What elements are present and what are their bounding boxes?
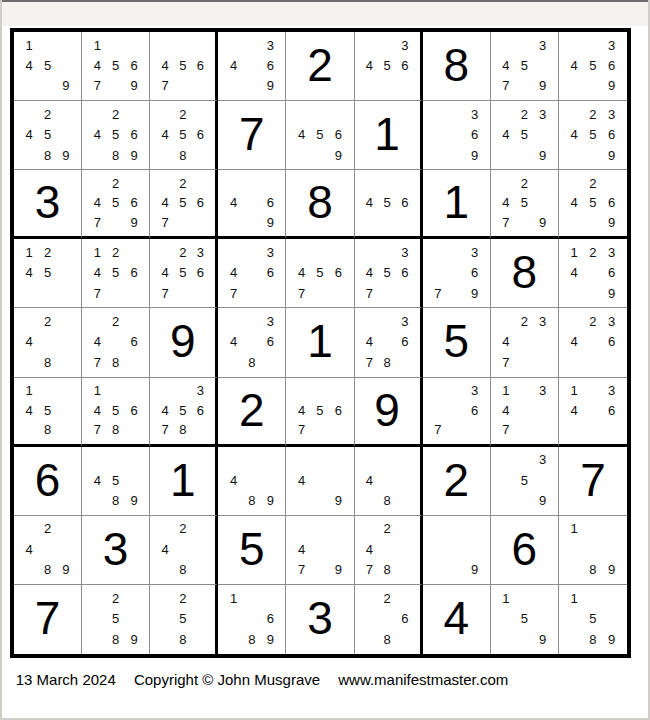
sudoku-board: 1459145679456734692345683457934569245892… bbox=[10, 28, 631, 658]
candidate-6: 6 bbox=[192, 124, 210, 144]
candidate-4: 4 bbox=[497, 193, 515, 213]
pencil-marks: 2489 bbox=[14, 516, 81, 584]
candidate-4: 4 bbox=[497, 124, 515, 144]
pencil-marks: 24569 bbox=[559, 170, 627, 236]
candidate-5: 5 bbox=[515, 470, 533, 490]
candidate-7: 7 bbox=[497, 352, 515, 372]
candidate-8: 8 bbox=[584, 629, 603, 650]
cell-r5c6[interactable]: 34678 bbox=[355, 308, 423, 377]
pencil-marks: 3469 bbox=[218, 32, 285, 100]
pencil-marks: 1347 bbox=[491, 378, 558, 444]
candidate-4: 4 bbox=[156, 193, 174, 213]
candidate-5: 5 bbox=[106, 470, 124, 490]
cell-r5c9[interactable]: 2346 bbox=[559, 308, 627, 377]
candidate-5: 5 bbox=[106, 55, 124, 75]
candidate-4: 4 bbox=[156, 124, 174, 144]
candidate-5: 5 bbox=[174, 609, 192, 630]
cell-r5c4[interactable]: 3468 bbox=[218, 308, 286, 377]
candidate-2: 2 bbox=[174, 588, 192, 609]
pencil-marks: 2478 bbox=[355, 516, 420, 584]
solved-digit: 8 bbox=[307, 179, 333, 225]
candidate-7: 7 bbox=[429, 420, 447, 440]
cell-r9c5[interactable]: 3 bbox=[286, 585, 354, 654]
candidate-8: 8 bbox=[378, 629, 396, 650]
candidate-7: 7 bbox=[292, 283, 310, 303]
candidate-8: 8 bbox=[106, 490, 124, 510]
cell-r7c5[interactable]: 49 bbox=[286, 447, 354, 516]
cell-r4c4[interactable]: 3467 bbox=[218, 239, 286, 308]
candidate-4: 4 bbox=[361, 470, 379, 490]
candidate-4: 4 bbox=[565, 332, 584, 352]
candidate-7: 7 bbox=[497, 420, 515, 440]
solved-digit: 2 bbox=[307, 42, 333, 88]
candidate-6: 6 bbox=[125, 400, 143, 420]
candidate-7: 7 bbox=[88, 213, 106, 233]
solved-digit: 3 bbox=[103, 526, 129, 572]
cell-r6c5[interactable]: 4567 bbox=[286, 378, 354, 447]
cell-r2c8[interactable]: 23459 bbox=[491, 101, 559, 170]
pencil-marks: 4569 bbox=[286, 101, 353, 169]
candidate-9: 9 bbox=[57, 560, 75, 580]
candidate-3: 3 bbox=[534, 311, 552, 331]
cell-r1c1[interactable]: 1459 bbox=[14, 32, 82, 101]
pencil-marks: 159 bbox=[491, 585, 558, 654]
candidate-4: 4 bbox=[20, 124, 38, 144]
cell-r7c6[interactable]: 48 bbox=[355, 447, 423, 516]
candidate-2: 2 bbox=[38, 242, 56, 262]
cell-r3c9[interactable]: 24569 bbox=[559, 170, 627, 239]
candidate-1: 1 bbox=[497, 588, 515, 609]
cell-r8c8[interactable]: 6 bbox=[491, 516, 559, 585]
pencil-marks: 189 bbox=[559, 516, 627, 584]
candidate-9: 9 bbox=[125, 490, 143, 510]
candidate-2: 2 bbox=[378, 519, 396, 539]
solved-digit: 6 bbox=[35, 457, 61, 503]
footer-date: 13 March 2024 bbox=[16, 671, 116, 688]
candidate-8: 8 bbox=[106, 629, 124, 650]
candidate-9: 9 bbox=[329, 560, 347, 580]
solved-digit: 8 bbox=[512, 249, 538, 295]
candidate-9: 9 bbox=[261, 76, 279, 96]
pencil-marks: 258 bbox=[150, 585, 215, 654]
candidate-6: 6 bbox=[192, 193, 210, 213]
candidate-7: 7 bbox=[88, 76, 106, 96]
candidate-5: 5 bbox=[38, 124, 56, 144]
candidate-6: 6 bbox=[396, 193, 414, 213]
candidate-3: 3 bbox=[261, 242, 279, 262]
candidate-6: 6 bbox=[125, 332, 143, 352]
cell-r7c8[interactable]: 359 bbox=[491, 447, 559, 516]
cell-r6c4[interactable]: 2 bbox=[218, 378, 286, 447]
cell-r4c5[interactable]: 4567 bbox=[286, 239, 354, 308]
cell-r2c4[interactable]: 7 bbox=[218, 101, 286, 170]
candidate-1: 1 bbox=[497, 381, 515, 401]
candidate-2: 2 bbox=[106, 104, 124, 124]
cell-r1c2[interactable]: 145679 bbox=[82, 32, 150, 101]
pencil-marks: 248 bbox=[150, 516, 215, 584]
candidate-4: 4 bbox=[497, 400, 515, 420]
candidate-9: 9 bbox=[602, 145, 621, 165]
candidate-9: 9 bbox=[261, 629, 279, 650]
candidate-8: 8 bbox=[378, 490, 396, 510]
pencil-marks: 9 bbox=[423, 516, 490, 584]
candidate-8: 8 bbox=[174, 629, 192, 650]
candidate-2: 2 bbox=[38, 311, 56, 331]
pencil-marks: 359 bbox=[491, 447, 558, 515]
cell-r2c7[interactable]: 369 bbox=[423, 101, 491, 170]
pencil-marks: 124567 bbox=[82, 239, 149, 307]
window-frame: 1459145679456734692345683457934569245892… bbox=[0, 0, 650, 720]
pencil-marks: 245679 bbox=[82, 170, 149, 236]
cell-r3c8[interactable]: 24579 bbox=[491, 170, 559, 239]
candidate-3: 3 bbox=[602, 311, 621, 331]
candidate-5: 5 bbox=[38, 55, 56, 75]
cell-r9c4[interactable]: 1689 bbox=[218, 585, 286, 654]
cell-r3c5[interactable]: 8 bbox=[286, 170, 354, 239]
candidate-2: 2 bbox=[584, 242, 603, 262]
candidate-6: 6 bbox=[192, 263, 210, 283]
cell-r8c3[interactable]: 248 bbox=[150, 516, 218, 585]
cell-r7c7[interactable]: 2 bbox=[423, 447, 491, 516]
candidate-9: 9 bbox=[602, 560, 621, 580]
candidate-1: 1 bbox=[20, 381, 38, 401]
pencil-marks: 456 bbox=[355, 170, 420, 236]
solved-digit: 3 bbox=[307, 595, 333, 641]
candidate-6: 6 bbox=[602, 400, 621, 420]
candidate-2: 2 bbox=[174, 173, 192, 193]
candidate-7: 7 bbox=[88, 420, 106, 440]
candidate-5: 5 bbox=[106, 400, 124, 420]
pencil-marks: 4567 bbox=[286, 378, 353, 444]
cell-r4c7[interactable]: 3679 bbox=[423, 239, 491, 308]
pencil-marks: 234569 bbox=[559, 101, 627, 169]
pencil-marks: 3679 bbox=[423, 239, 490, 307]
cell-r4c3[interactable]: 234567 bbox=[150, 239, 218, 308]
pencil-marks: 34569 bbox=[559, 32, 627, 100]
candidate-8: 8 bbox=[38, 420, 56, 440]
cell-r7c4[interactable]: 489 bbox=[218, 447, 286, 516]
cell-r9c8[interactable]: 159 bbox=[491, 585, 559, 654]
solved-digit: 8 bbox=[443, 42, 469, 88]
candidate-3: 3 bbox=[602, 381, 621, 401]
candidate-4: 4 bbox=[224, 263, 242, 283]
cell-r6c8[interactable]: 1347 bbox=[491, 378, 559, 447]
candidate-5: 5 bbox=[311, 263, 329, 283]
candidate-5: 5 bbox=[106, 263, 124, 283]
candidate-1: 1 bbox=[88, 35, 106, 55]
cell-r5c8[interactable]: 2347 bbox=[491, 308, 559, 377]
cell-r1c8[interactable]: 34579 bbox=[491, 32, 559, 101]
candidate-4: 4 bbox=[88, 124, 106, 144]
cell-r8c2[interactable]: 3 bbox=[82, 516, 150, 585]
pencil-marks: 24579 bbox=[491, 170, 558, 236]
footer-website[interactable]: www.manifestmaster.com bbox=[338, 671, 508, 688]
solved-digit: 4 bbox=[443, 595, 469, 641]
title-strip bbox=[2, 0, 648, 26]
cell-r8c7[interactable]: 9 bbox=[423, 516, 491, 585]
candidate-7: 7 bbox=[156, 76, 174, 96]
cell-r8c4[interactable]: 5 bbox=[218, 516, 286, 585]
candidate-2: 2 bbox=[174, 104, 192, 124]
candidate-8: 8 bbox=[38, 560, 56, 580]
pencil-marks: 234567 bbox=[150, 239, 215, 307]
pencil-marks: 469 bbox=[218, 170, 285, 236]
candidate-4: 4 bbox=[292, 539, 310, 559]
cell-r9c6[interactable]: 268 bbox=[355, 585, 423, 654]
candidate-4: 4 bbox=[20, 55, 38, 75]
cell-r7c9[interactable]: 7 bbox=[559, 447, 627, 516]
cell-r7c2[interactable]: 4589 bbox=[82, 447, 150, 516]
candidate-1: 1 bbox=[224, 588, 242, 609]
candidate-4: 4 bbox=[20, 539, 38, 559]
candidate-6: 6 bbox=[329, 263, 347, 283]
cell-r9c2[interactable]: 2589 bbox=[82, 585, 150, 654]
candidate-3: 3 bbox=[261, 35, 279, 55]
cell-r4c9[interactable]: 123469 bbox=[559, 239, 627, 308]
candidate-5: 5 bbox=[311, 400, 329, 420]
candidate-2: 2 bbox=[38, 519, 56, 539]
pencil-marks: 2346 bbox=[559, 308, 627, 376]
candidate-6: 6 bbox=[396, 263, 414, 283]
pencil-marks: 489 bbox=[218, 447, 285, 515]
cell-r4c8[interactable]: 8 bbox=[491, 239, 559, 308]
candidate-1: 1 bbox=[565, 381, 584, 401]
candidate-7: 7 bbox=[361, 352, 379, 372]
candidate-8: 8 bbox=[38, 352, 56, 372]
cell-r8c1[interactable]: 2489 bbox=[14, 516, 82, 585]
candidate-9: 9 bbox=[125, 629, 143, 650]
candidate-1: 1 bbox=[88, 242, 106, 262]
cell-r7c3[interactable]: 1 bbox=[150, 447, 218, 516]
candidate-4: 4 bbox=[565, 263, 584, 283]
pencil-marks: 3456 bbox=[355, 32, 420, 100]
cell-r9c1[interactable]: 7 bbox=[14, 585, 82, 654]
candidate-3: 3 bbox=[192, 242, 210, 262]
candidate-4: 4 bbox=[88, 263, 106, 283]
candidate-6: 6 bbox=[602, 193, 621, 213]
candidate-5: 5 bbox=[174, 263, 192, 283]
candidate-6: 6 bbox=[396, 332, 414, 352]
cell-r3c1[interactable]: 3 bbox=[14, 170, 82, 239]
candidate-3: 3 bbox=[465, 242, 483, 262]
candidate-5: 5 bbox=[311, 124, 329, 144]
pencil-marks: 1346 bbox=[559, 378, 627, 444]
candidate-4: 4 bbox=[88, 400, 106, 420]
candidate-3: 3 bbox=[534, 450, 552, 470]
candidate-5: 5 bbox=[515, 193, 533, 213]
candidate-9: 9 bbox=[261, 213, 279, 233]
candidate-9: 9 bbox=[602, 629, 621, 650]
cell-r2c3[interactable]: 24568 bbox=[150, 101, 218, 170]
pencil-marks: 1689 bbox=[218, 585, 285, 654]
candidate-6: 6 bbox=[125, 124, 143, 144]
candidate-6: 6 bbox=[602, 55, 621, 75]
cell-r2c6[interactable]: 1 bbox=[355, 101, 423, 170]
candidate-9: 9 bbox=[602, 213, 621, 233]
candidate-1: 1 bbox=[565, 242, 584, 262]
cell-r6c2[interactable]: 145678 bbox=[82, 378, 150, 447]
cell-r3c3[interactable]: 24567 bbox=[150, 170, 218, 239]
solved-digit: 7 bbox=[35, 595, 61, 641]
candidate-2: 2 bbox=[106, 242, 124, 262]
candidate-9: 9 bbox=[329, 145, 347, 165]
cell-r9c9[interactable]: 1589 bbox=[559, 585, 627, 654]
candidate-3: 3 bbox=[602, 104, 621, 124]
candidate-2: 2 bbox=[515, 311, 533, 331]
cell-r7c1[interactable]: 6 bbox=[14, 447, 82, 516]
candidate-4: 4 bbox=[565, 193, 584, 213]
candidate-9: 9 bbox=[125, 76, 143, 96]
candidate-6: 6 bbox=[465, 400, 483, 420]
candidate-6: 6 bbox=[465, 124, 483, 144]
cell-r1c9[interactable]: 34569 bbox=[559, 32, 627, 101]
candidate-6: 6 bbox=[396, 55, 414, 75]
solved-digit: 5 bbox=[239, 526, 265, 572]
cell-r3c6[interactable]: 456 bbox=[355, 170, 423, 239]
solved-digit: 1 bbox=[443, 179, 469, 225]
cell-r5c2[interactable]: 24678 bbox=[82, 308, 150, 377]
solved-digit: 2 bbox=[443, 457, 469, 503]
candidate-9: 9 bbox=[534, 76, 552, 96]
cell-r1c4[interactable]: 3469 bbox=[218, 32, 286, 101]
candidate-6: 6 bbox=[329, 124, 347, 144]
cell-r5c7[interactable]: 5 bbox=[423, 308, 491, 377]
candidate-9: 9 bbox=[125, 213, 143, 233]
candidate-4: 4 bbox=[361, 539, 379, 559]
candidate-2: 2 bbox=[515, 173, 533, 193]
candidate-5: 5 bbox=[584, 124, 603, 144]
cell-r6c1[interactable]: 1458 bbox=[14, 378, 82, 447]
cell-r8c5[interactable]: 479 bbox=[286, 516, 354, 585]
cell-r6c7[interactable]: 367 bbox=[423, 378, 491, 447]
candidate-5: 5 bbox=[38, 263, 56, 283]
cell-r6c6[interactable]: 9 bbox=[355, 378, 423, 447]
cell-r3c7[interactable]: 1 bbox=[423, 170, 491, 239]
cell-r8c6[interactable]: 2478 bbox=[355, 516, 423, 585]
cell-r5c1[interactable]: 248 bbox=[14, 308, 82, 377]
pencil-marks: 123469 bbox=[559, 239, 627, 307]
cell-r1c5[interactable]: 2 bbox=[286, 32, 354, 101]
candidate-6: 6 bbox=[125, 55, 143, 75]
candidate-8: 8 bbox=[243, 490, 261, 510]
cell-r2c2[interactable]: 245689 bbox=[82, 101, 150, 170]
cell-r3c2[interactable]: 245679 bbox=[82, 170, 150, 239]
candidate-3: 3 bbox=[534, 35, 552, 55]
candidate-5: 5 bbox=[106, 124, 124, 144]
candidate-5: 5 bbox=[378, 263, 396, 283]
candidate-3: 3 bbox=[192, 381, 210, 401]
candidate-7: 7 bbox=[88, 352, 106, 372]
solved-digit: 9 bbox=[170, 318, 196, 364]
candidate-3: 3 bbox=[465, 381, 483, 401]
candidate-4: 4 bbox=[88, 332, 106, 352]
cell-r4c2[interactable]: 124567 bbox=[82, 239, 150, 308]
candidate-1: 1 bbox=[20, 242, 38, 262]
pencil-marks: 367 bbox=[423, 378, 490, 444]
candidate-7: 7 bbox=[429, 283, 447, 303]
candidate-1: 1 bbox=[20, 35, 38, 55]
candidate-1: 1 bbox=[88, 381, 106, 401]
cell-r8c9[interactable]: 189 bbox=[559, 516, 627, 585]
candidate-5: 5 bbox=[174, 55, 192, 75]
candidate-7: 7 bbox=[292, 420, 310, 440]
candidate-2: 2 bbox=[378, 588, 396, 609]
candidate-3: 3 bbox=[396, 311, 414, 331]
cell-r2c5[interactable]: 4569 bbox=[286, 101, 354, 170]
candidate-5: 5 bbox=[106, 193, 124, 213]
candidate-8: 8 bbox=[174, 420, 192, 440]
candidate-5: 5 bbox=[378, 193, 396, 213]
pencil-marks: 248 bbox=[14, 308, 81, 376]
candidate-8: 8 bbox=[243, 629, 261, 650]
candidate-6: 6 bbox=[602, 263, 621, 283]
candidate-2: 2 bbox=[515, 104, 533, 124]
candidate-8: 8 bbox=[243, 352, 261, 372]
candidate-5: 5 bbox=[378, 55, 396, 75]
pencil-marks: 34579 bbox=[491, 32, 558, 100]
candidate-5: 5 bbox=[174, 400, 192, 420]
cell-r4c1[interactable]: 1245 bbox=[14, 239, 82, 308]
cell-r4c6[interactable]: 34567 bbox=[355, 239, 423, 308]
cell-r6c9[interactable]: 1346 bbox=[559, 378, 627, 447]
candidate-4: 4 bbox=[292, 263, 310, 283]
candidate-8: 8 bbox=[174, 145, 192, 165]
candidate-4: 4 bbox=[88, 55, 106, 75]
candidate-9: 9 bbox=[261, 490, 279, 510]
candidate-4: 4 bbox=[156, 400, 174, 420]
candidate-6: 6 bbox=[602, 124, 621, 144]
candidate-5: 5 bbox=[38, 400, 56, 420]
cell-r5c3[interactable]: 9 bbox=[150, 308, 218, 377]
candidate-4: 4 bbox=[20, 263, 38, 283]
cell-r3c4[interactable]: 469 bbox=[218, 170, 286, 239]
solved-digit: 3 bbox=[35, 179, 61, 225]
candidate-9: 9 bbox=[534, 490, 552, 510]
cell-r9c7[interactable]: 4 bbox=[423, 585, 491, 654]
pencil-marks: 1458 bbox=[14, 378, 81, 444]
candidate-9: 9 bbox=[465, 560, 483, 580]
candidate-5: 5 bbox=[515, 55, 533, 75]
pencil-marks: 369 bbox=[423, 101, 490, 169]
cell-r9c3[interactable]: 258 bbox=[150, 585, 218, 654]
candidate-7: 7 bbox=[156, 283, 174, 303]
cell-r1c7[interactable]: 8 bbox=[423, 32, 491, 101]
pencil-marks: 4567 bbox=[286, 239, 353, 307]
pencil-marks: 4589 bbox=[82, 447, 149, 515]
cell-r2c1[interactable]: 24589 bbox=[14, 101, 82, 170]
solved-digit: 9 bbox=[374, 387, 400, 433]
pencil-marks: 145679 bbox=[82, 32, 149, 100]
pencil-marks: 3467 bbox=[218, 239, 285, 307]
candidate-5: 5 bbox=[584, 55, 603, 75]
solved-digit: 7 bbox=[580, 457, 606, 503]
pencil-marks: 145678 bbox=[82, 378, 149, 444]
cell-r1c3[interactable]: 4567 bbox=[150, 32, 218, 101]
candidate-8: 8 bbox=[174, 560, 192, 580]
candidate-4: 4 bbox=[361, 193, 379, 213]
candidate-4: 4 bbox=[224, 332, 242, 352]
cell-r5c5[interactable]: 1 bbox=[286, 308, 354, 377]
candidate-8: 8 bbox=[106, 352, 124, 372]
candidate-9: 9 bbox=[534, 145, 552, 165]
candidate-1: 1 bbox=[565, 588, 584, 609]
candidate-8: 8 bbox=[378, 560, 396, 580]
candidate-4: 4 bbox=[88, 470, 106, 490]
cell-r1c6[interactable]: 3456 bbox=[355, 32, 423, 101]
candidate-7: 7 bbox=[361, 283, 379, 303]
cell-r2c9[interactable]: 234569 bbox=[559, 101, 627, 170]
cell-r6c3[interactable]: 345678 bbox=[150, 378, 218, 447]
